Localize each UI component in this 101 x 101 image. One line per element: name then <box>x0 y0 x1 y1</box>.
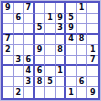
cell-r6c5[interactable] <box>45 56 56 67</box>
cell-r4c1[interactable]: 7 <box>3 35 14 46</box>
cell-r6c1[interactable] <box>3 56 14 67</box>
cell-r9c4[interactable] <box>35 87 46 98</box>
cell-r6c6[interactable] <box>56 56 67 67</box>
cell-r3c9[interactable] <box>87 24 98 35</box>
cell-r8c9[interactable] <box>87 77 98 88</box>
cell-r4c8[interactable]: 8 <box>77 35 88 46</box>
cell-r8c1[interactable] <box>3 77 14 88</box>
cell-r8c4[interactable]: 8 <box>35 77 46 88</box>
cell-r2c2[interactable]: 6 <box>14 14 25 25</box>
cell-r7c7[interactable] <box>66 66 77 77</box>
cell-r1c3[interactable]: 7 <box>24 3 35 14</box>
cell-r1c6[interactable] <box>56 3 67 14</box>
cell-r1c7[interactable] <box>66 3 77 14</box>
cell-r6c8[interactable] <box>77 56 88 67</box>
cell-r2c1[interactable] <box>3 14 14 25</box>
cell-r5c7[interactable] <box>66 45 77 56</box>
cell-r3c3[interactable] <box>24 24 35 35</box>
cell-r2c3[interactable] <box>24 14 35 25</box>
cell-r4c3[interactable] <box>24 35 35 46</box>
cell-r8c2[interactable] <box>14 77 25 88</box>
cell-r9c6[interactable] <box>56 87 67 98</box>
cell-r9c5[interactable] <box>45 87 56 98</box>
cell-r9c7[interactable]: 1 <box>66 87 77 98</box>
cell-r8c6[interactable] <box>56 77 67 88</box>
cell-r7c5[interactable] <box>45 66 56 77</box>
cell-r2c5[interactable]: 1 <box>45 14 56 25</box>
cell-r5c1[interactable]: 2 <box>3 45 14 56</box>
cell-r2c8[interactable] <box>77 14 88 25</box>
cell-r3c6[interactable]: 3 <box>56 24 67 35</box>
cell-r7c1[interactable] <box>3 66 14 77</box>
cell-r9c2[interactable]: 2 <box>14 87 25 98</box>
cell-r3c1[interactable] <box>3 24 14 35</box>
cell-r7c4[interactable]: 6 <box>35 66 46 77</box>
cell-r3c8[interactable] <box>77 24 88 35</box>
cell-r8c5[interactable]: 5 <box>45 77 56 88</box>
cell-r1c1[interactable]: 9 <box>3 3 14 14</box>
cell-r5c8[interactable] <box>77 45 88 56</box>
sudoku-board: 971619553974829813674613856219 <box>1 1 100 100</box>
cell-r3c5[interactable] <box>45 24 56 35</box>
cell-r6c2[interactable]: 3 <box>14 56 25 67</box>
cell-r7c8[interactable] <box>77 66 88 77</box>
cell-r6c4[interactable] <box>35 56 46 67</box>
cell-r9c3[interactable] <box>24 87 35 98</box>
cell-r3c7[interactable]: 9 <box>66 24 77 35</box>
cell-r1c9[interactable] <box>87 3 98 14</box>
cell-r4c5[interactable] <box>45 35 56 46</box>
cell-r9c9[interactable]: 9 <box>87 87 98 98</box>
cell-r7c3[interactable]: 4 <box>24 66 35 77</box>
cell-r3c4[interactable]: 5 <box>35 24 46 35</box>
cell-r4c2[interactable] <box>14 35 25 46</box>
cell-r1c8[interactable]: 1 <box>77 3 88 14</box>
cell-r6c3[interactable]: 6 <box>24 56 35 67</box>
cell-r4c6[interactable] <box>56 35 67 46</box>
cell-r5c4[interactable]: 9 <box>35 45 46 56</box>
cell-r6c7[interactable] <box>66 56 77 67</box>
cell-r4c4[interactable] <box>35 35 46 46</box>
cell-r7c9[interactable] <box>87 66 98 77</box>
cell-r5c5[interactable] <box>45 45 56 56</box>
cell-r4c7[interactable]: 4 <box>66 35 77 46</box>
cell-r3c2[interactable] <box>14 24 25 35</box>
cell-r9c8[interactable] <box>77 87 88 98</box>
cell-r7c2[interactable] <box>14 66 25 77</box>
cell-r1c2[interactable] <box>14 3 25 14</box>
cell-r2c9[interactable] <box>87 14 98 25</box>
cell-r6c9[interactable]: 7 <box>87 56 98 67</box>
cell-r5c6[interactable]: 8 <box>56 45 67 56</box>
cell-r8c3[interactable]: 3 <box>24 77 35 88</box>
cell-r9c1[interactable] <box>3 87 14 98</box>
cell-r1c5[interactable] <box>45 3 56 14</box>
cell-r8c7[interactable] <box>66 77 77 88</box>
cell-r7c6[interactable]: 1 <box>56 66 67 77</box>
cell-r8c8[interactable]: 6 <box>77 77 88 88</box>
cell-r1c4[interactable] <box>35 3 46 14</box>
cell-r4c9[interactable] <box>87 35 98 46</box>
